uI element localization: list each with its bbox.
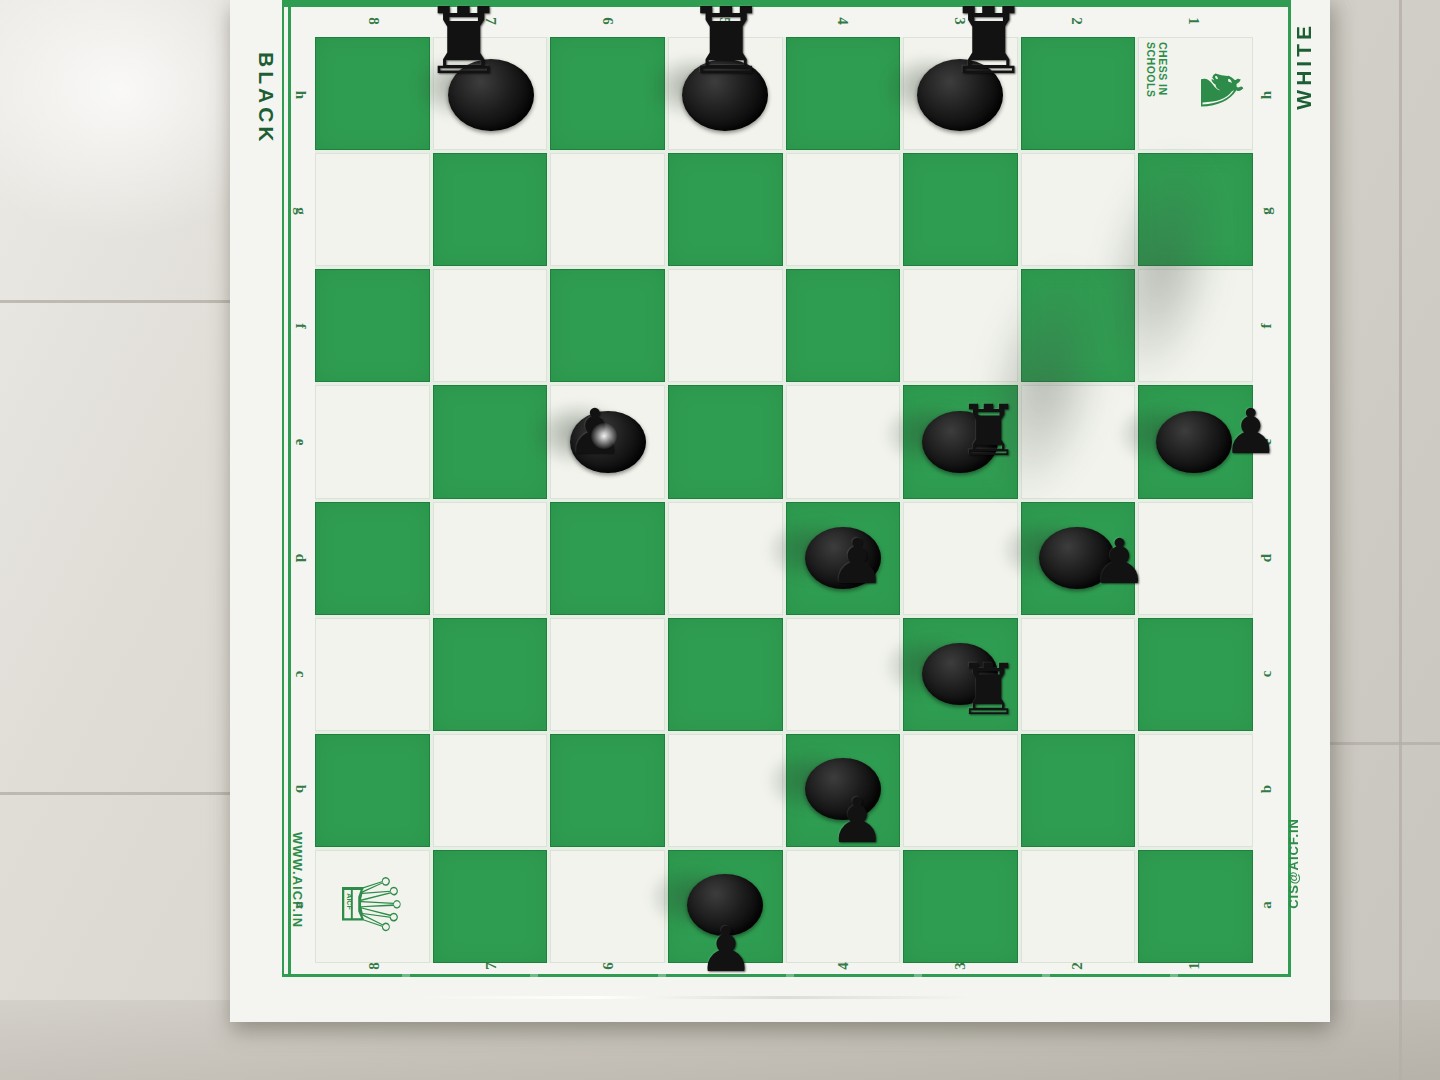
cis-email-right: CIS@AICF.IN <box>1286 818 1301 909</box>
tile-grout-right-vertical <box>1399 0 1402 1080</box>
rank-label-top-8: 8 <box>364 11 384 31</box>
rook-icon: ♜ <box>422 0 504 88</box>
rank-label-bottom-1: 1 <box>1184 956 1204 976</box>
frame-bottom <box>282 974 1291 977</box>
square-b1 <box>1138 734 1253 847</box>
rank-label-bottom-4: 4 <box>833 956 853 976</box>
frame-left-inner <box>288 0 291 977</box>
mat-crease <box>410 996 970 999</box>
specular-highlight <box>591 423 617 449</box>
file-label-right-d: d <box>1256 548 1276 568</box>
crown-aicf-text: AICF <box>346 893 353 909</box>
square-b8 <box>315 734 430 847</box>
file-label-right-b: b <box>1256 779 1276 799</box>
rank-label-bottom-2: 2 <box>1067 956 1087 976</box>
square-a4 <box>786 850 901 963</box>
rank-label-top-2: 2 <box>1067 11 1087 31</box>
pawn-icon: ♟ <box>1092 530 1148 592</box>
square-d7 <box>433 502 548 615</box>
square-g8 <box>315 153 430 266</box>
rook-icon: ♜ <box>957 396 1020 466</box>
square-b3 <box>903 734 1018 847</box>
photo-canvas: BLACK WHITE WWW.AICF.IN CIS@AICF.IN CHES… <box>0 0 1440 1080</box>
square-b7 <box>433 734 548 847</box>
file-label-left-h: h <box>291 85 311 105</box>
piece-base <box>1156 411 1232 473</box>
mat: BLACK WHITE WWW.AICF.IN CIS@AICF.IN CHES… <box>230 0 1330 1022</box>
square-g4 <box>786 153 901 266</box>
pawn-icon: ♟ <box>698 919 754 981</box>
square-g3 <box>903 153 1018 266</box>
file-label-right-h: h <box>1256 85 1276 105</box>
file-label-left-g: g <box>291 201 311 221</box>
square-h8 <box>315 37 430 150</box>
rank-label-top-6: 6 <box>598 11 618 31</box>
pawn-icon: ♟ <box>1223 401 1279 463</box>
square-f4 <box>786 269 901 382</box>
file-label-left-c: c <box>291 664 311 684</box>
square-c1 <box>1138 618 1253 731</box>
rank-label-top-1: 1 <box>1184 11 1204 31</box>
square-g6 <box>550 153 665 266</box>
rank-label-bottom-6: 6 <box>598 956 618 976</box>
rank-label-bottom-7: 7 <box>481 956 501 976</box>
pawn-icon: ♟ <box>829 789 885 851</box>
square-e5 <box>668 385 783 498</box>
square-a7 <box>433 850 548 963</box>
square-f8 <box>315 269 430 382</box>
frame-left-outer <box>282 0 284 977</box>
square-c8 <box>315 618 430 731</box>
square-c2 <box>1021 618 1136 731</box>
cis-logo-text: CHESS IN SCHOOLS <box>1145 42 1169 146</box>
black-side-label: BLACK <box>254 52 278 146</box>
square-a8: ♕AICF <box>315 850 430 963</box>
square-g7 <box>433 153 548 266</box>
square-a6 <box>550 850 665 963</box>
square-f7 <box>433 269 548 382</box>
file-label-right-c: c <box>1256 664 1276 684</box>
square-f6 <box>550 269 665 382</box>
square-d6 <box>550 502 665 615</box>
file-label-right-f: f <box>1256 316 1276 336</box>
file-label-left-d: d <box>291 548 311 568</box>
tile-grout-left-upper <box>0 300 230 303</box>
tile-grout-right-horizontal <box>1330 742 1440 745</box>
square-f5 <box>668 269 783 382</box>
square-h1: CHESS IN SCHOOLS♞ <box>1138 37 1253 150</box>
square-a1 <box>1138 850 1253 963</box>
square-b2 <box>1021 734 1136 847</box>
rank-label-top-4: 4 <box>833 11 853 31</box>
square-d1 <box>1138 502 1253 615</box>
square-b6 <box>550 734 665 847</box>
square-e8 <box>315 385 430 498</box>
rook-icon: ♜ <box>947 0 1029 88</box>
square-g5 <box>668 153 783 266</box>
knight-logo-icon: ♞ <box>1192 64 1250 116</box>
square-b5 <box>668 734 783 847</box>
pawn-icon: ♟ <box>829 530 885 592</box>
file-label-left-f: f <box>291 316 311 336</box>
rook-icon: ♜ <box>685 0 767 88</box>
file-label-left-e: e <box>291 432 311 452</box>
file-label-left-b: b <box>291 779 311 799</box>
rook-icon: ♜ <box>957 655 1020 725</box>
chessboard-grid: CHESS IN SCHOOLS♞♕AICF <box>315 37 1253 963</box>
file-label-right-g: g <box>1256 201 1276 221</box>
rank-label-bottom-8: 8 <box>364 956 384 976</box>
square-e7 <box>433 385 548 498</box>
square-c6 <box>550 618 665 731</box>
square-c5 <box>668 618 783 731</box>
rank-label-bottom-3: 3 <box>950 956 970 976</box>
white-side-label: WHITE <box>1292 22 1316 110</box>
crown-logo-icon: ♕ <box>329 868 409 940</box>
square-d8 <box>315 502 430 615</box>
square-a3 <box>903 850 1018 963</box>
file-label-left-a: a <box>291 895 311 915</box>
square-c7 <box>433 618 548 731</box>
tile-grout-left-lower <box>0 792 230 795</box>
square-h2 <box>1021 37 1136 150</box>
file-label-right-a: a <box>1256 895 1276 915</box>
square-a2 <box>1021 850 1136 963</box>
